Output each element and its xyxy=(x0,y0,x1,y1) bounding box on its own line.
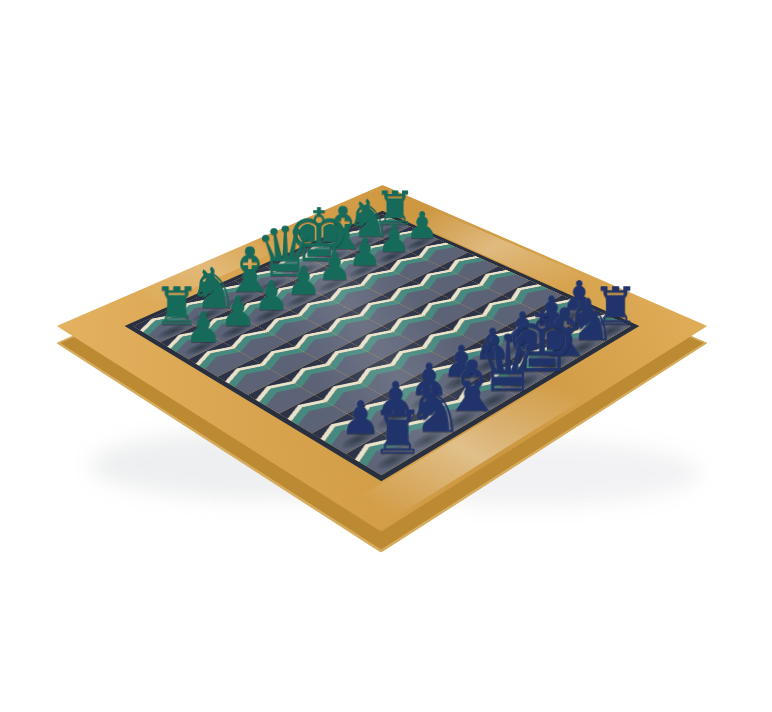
piece-blue-rook: ♜ xyxy=(370,402,421,462)
piece-green-pawn: ♟ xyxy=(181,307,226,349)
product-photo: ♜♞♝♛♚♝♞♜♟♟♟♟♟♟♟♟♟♟♟♟♟♟♟♟♜♞♝♛♚♝♞♜ xyxy=(0,0,772,712)
